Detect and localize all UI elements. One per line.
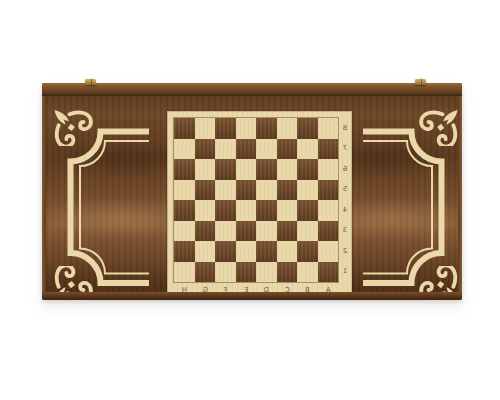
box-left-edge: [42, 96, 46, 292]
rank-label-8: 8: [338, 118, 352, 139]
square-c1[interactable]: [277, 262, 298, 283]
square-f2[interactable]: [215, 241, 236, 262]
square-d1[interactable]: [256, 262, 277, 283]
square-d8[interactable]: [256, 118, 277, 139]
square-e8[interactable]: [236, 118, 257, 139]
square-a8[interactable]: [318, 118, 339, 139]
square-g2[interactable]: [195, 241, 216, 262]
square-h3[interactable]: [174, 221, 195, 242]
square-f6[interactable]: [215, 159, 236, 180]
square-f8[interactable]: [215, 118, 236, 139]
square-d4[interactable]: [256, 200, 277, 221]
rank-label-6: 6: [338, 159, 352, 180]
square-d6[interactable]: [256, 159, 277, 180]
square-d7[interactable]: [256, 139, 277, 160]
hinge-icon: [415, 79, 426, 86]
square-e2[interactable]: [236, 241, 257, 262]
square-c3[interactable]: [277, 221, 298, 242]
square-c5[interactable]: [277, 180, 298, 201]
square-f1[interactable]: [215, 262, 236, 283]
square-f3[interactable]: [215, 221, 236, 242]
square-c8[interactable]: [277, 118, 298, 139]
square-h7[interactable]: [174, 139, 195, 160]
square-c4[interactable]: [277, 200, 298, 221]
square-e3[interactable]: [236, 221, 257, 242]
square-g3[interactable]: [195, 221, 216, 242]
square-b4[interactable]: [297, 200, 318, 221]
square-a3[interactable]: [318, 221, 339, 242]
box-top-edge: [42, 83, 462, 96]
rank-label-4: 4: [338, 200, 352, 221]
photo-background: 87654321 HGFEDCBA: [0, 0, 500, 400]
square-a2[interactable]: [318, 241, 339, 262]
square-g5[interactable]: [195, 180, 216, 201]
square-c6[interactable]: [277, 159, 298, 180]
square-a7[interactable]: [318, 139, 339, 160]
chess-grid: [174, 118, 338, 282]
square-b1[interactable]: [297, 262, 318, 283]
rank-label-1: 1: [338, 262, 352, 283]
square-b2[interactable]: [297, 241, 318, 262]
square-e6[interactable]: [236, 159, 257, 180]
square-e1[interactable]: [236, 262, 257, 283]
square-h1[interactable]: [174, 262, 195, 283]
square-h6[interactable]: [174, 159, 195, 180]
square-g8[interactable]: [195, 118, 216, 139]
square-c7[interactable]: [277, 139, 298, 160]
square-f4[interactable]: [215, 200, 236, 221]
square-h4[interactable]: [174, 200, 195, 221]
square-g6[interactable]: [195, 159, 216, 180]
hinge-icon: [85, 79, 96, 86]
scroll-ornament-icon: [416, 108, 460, 146]
square-a4[interactable]: [318, 200, 339, 221]
square-g7[interactable]: [195, 139, 216, 160]
scroll-ornament-icon: [52, 108, 96, 146]
square-d2[interactable]: [256, 241, 277, 262]
box-right-edge: [458, 96, 462, 292]
square-h8[interactable]: [174, 118, 195, 139]
square-d3[interactable]: [256, 221, 277, 242]
square-b7[interactable]: [297, 139, 318, 160]
square-e7[interactable]: [236, 139, 257, 160]
square-f5[interactable]: [215, 180, 236, 201]
rank-labels: 87654321: [338, 118, 352, 282]
square-h2[interactable]: [174, 241, 195, 262]
square-e5[interactable]: [236, 180, 257, 201]
square-b6[interactable]: [297, 159, 318, 180]
box-bottom-edge: [42, 292, 462, 300]
rank-label-3: 3: [338, 221, 352, 242]
square-a1[interactable]: [318, 262, 339, 283]
chessboard-panel: 87654321 HGFEDCBA: [167, 111, 352, 298]
square-g1[interactable]: [195, 262, 216, 283]
chess-backgammon-box: 87654321 HGFEDCBA: [42, 83, 462, 300]
square-a6[interactable]: [318, 159, 339, 180]
square-c2[interactable]: [277, 241, 298, 262]
rank-label-2: 2: [338, 241, 352, 262]
square-b5[interactable]: [297, 180, 318, 201]
square-b8[interactable]: [297, 118, 318, 139]
board-face-wood: 87654321 HGFEDCBA: [46, 96, 458, 292]
rank-label-5: 5: [338, 180, 352, 201]
square-e4[interactable]: [236, 200, 257, 221]
square-h5[interactable]: [174, 180, 195, 201]
square-b3[interactable]: [297, 221, 318, 242]
rank-label-7: 7: [338, 139, 352, 160]
square-f7[interactable]: [215, 139, 236, 160]
square-g4[interactable]: [195, 200, 216, 221]
square-d5[interactable]: [256, 180, 277, 201]
square-a5[interactable]: [318, 180, 339, 201]
